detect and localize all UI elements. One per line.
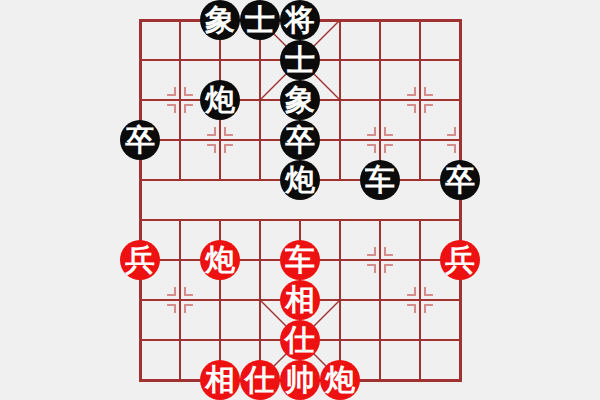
piece-black-soldier[interactable]: 卒 — [440, 160, 480, 200]
piece-black-soldier[interactable]: 卒 — [120, 120, 160, 160]
piece-black-advisor[interactable]: 士 — [280, 40, 320, 80]
piece-red-cannon[interactable]: 炮 — [320, 360, 360, 400]
piece-red-soldier[interactable]: 兵 — [120, 240, 160, 280]
piece-red-advisor[interactable]: 仕 — [280, 320, 320, 360]
piece-black-soldier[interactable]: 卒 — [280, 120, 320, 160]
piece-red-elephant[interactable]: 相 — [280, 280, 320, 320]
xiangqi-app: 象士将士炮象卒卒炮车卒兵炮车兵相仕相仕帅炮 — [0, 0, 600, 400]
piece-black-cannon[interactable]: 炮 — [280, 160, 320, 200]
piece-red-chariot[interactable]: 车 — [280, 240, 320, 280]
piece-black-elephant[interactable]: 象 — [200, 0, 240, 40]
piece-red-general[interactable]: 帅 — [280, 360, 320, 400]
piece-red-advisor[interactable]: 仕 — [240, 360, 280, 400]
piece-black-advisor[interactable]: 士 — [240, 0, 280, 40]
piece-black-cannon[interactable]: 炮 — [200, 80, 240, 120]
xiangqi-board: 象士将士炮象卒卒炮车卒兵炮车兵相仕相仕帅炮 — [120, 0, 480, 400]
piece-black-elephant[interactable]: 象 — [280, 80, 320, 120]
piece-black-chariot[interactable]: 车 — [360, 160, 400, 200]
piece-red-soldier[interactable]: 兵 — [440, 240, 480, 280]
piece-black-general[interactable]: 将 — [280, 0, 320, 40]
piece-red-elephant[interactable]: 相 — [200, 360, 240, 400]
piece-red-cannon[interactable]: 炮 — [200, 240, 240, 280]
